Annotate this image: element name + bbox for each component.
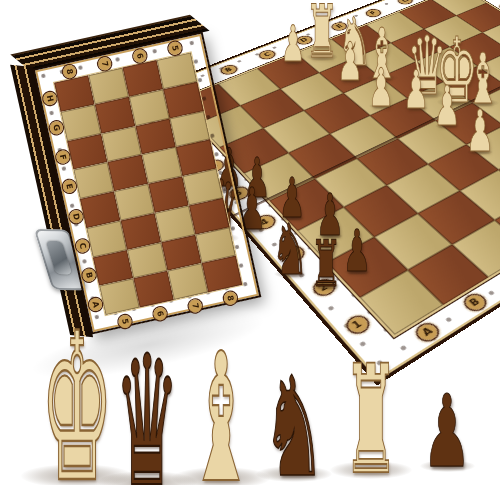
piece-shadow	[282, 59, 305, 65]
piece-shadow	[330, 461, 413, 479]
coordinate-label: D	[295, 35, 313, 45]
coordinate-label: B	[219, 64, 238, 75]
piece-shadow	[98, 471, 197, 485]
piece-shadow	[338, 77, 362, 83]
coordinate-label: 3	[281, 245, 306, 263]
piece-shadow	[312, 282, 341, 290]
box-checker-grid	[53, 51, 244, 316]
coordinate-label: E	[330, 21, 348, 31]
piece-shadow	[404, 105, 428, 111]
piece-shadow	[467, 99, 499, 107]
piece-shadow	[409, 89, 445, 99]
coordinate-label: 7	[187, 298, 203, 314]
coordinate-label: F	[55, 149, 71, 165]
chess-set-product-photo: AA88BB77CC66DD55EE44FF33GG22HH11 ♜♟♞♝♟♛♚…	[0, 0, 500, 485]
coordinate-label: E	[61, 179, 77, 195]
board-square	[202, 256, 243, 293]
piece-shadow	[340, 62, 370, 70]
coordinate-label: C	[258, 49, 277, 60]
coordinate-label: F	[364, 8, 382, 17]
coordinate-label: A	[414, 321, 441, 343]
piece-shadow	[369, 103, 393, 109]
coordinate-label: B	[461, 292, 488, 313]
coordinate-label: 8	[222, 290, 238, 306]
coordinate-label: B	[81, 268, 97, 284]
piece-shadow	[274, 270, 306, 278]
coordinate-label: A	[87, 297, 103, 313]
coordinate-label: 1	[344, 314, 371, 336]
piece-shadow	[366, 74, 398, 82]
coordinate-label: G	[397, 0, 414, 5]
piece-shadow	[420, 460, 475, 472]
